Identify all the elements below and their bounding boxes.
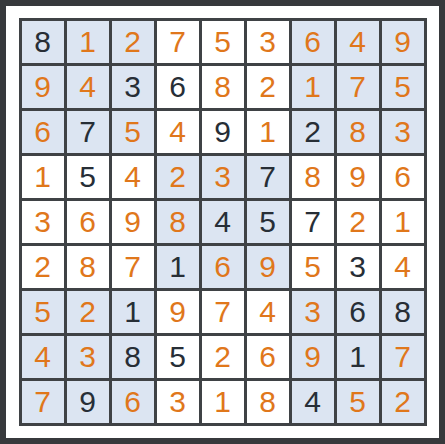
cell-r8c9[interactable]: 7	[382, 336, 424, 378]
cell-r3c7[interactable]: 2	[292, 111, 334, 153]
sudoku-board: 8127536499436821756754912831542378963698…	[19, 18, 427, 426]
cell-r8c4[interactable]: 5	[157, 336, 199, 378]
cell-r7c4[interactable]: 9	[157, 291, 199, 333]
cell-r7c3[interactable]: 1	[112, 291, 154, 333]
cell-r1c8[interactable]: 4	[337, 21, 379, 63]
cell-r6c2[interactable]: 8	[67, 246, 109, 288]
cell-r9c2[interactable]: 9	[67, 381, 109, 423]
cell-r5c7[interactable]: 7	[292, 201, 334, 243]
cell-r6c6[interactable]: 9	[247, 246, 289, 288]
cell-r7c5[interactable]: 7	[202, 291, 244, 333]
cell-r2c6[interactable]: 2	[247, 66, 289, 108]
cell-r2c3[interactable]: 3	[112, 66, 154, 108]
cell-r7c2[interactable]: 2	[67, 291, 109, 333]
cell-r4c9[interactable]: 6	[382, 156, 424, 198]
cell-r2c7[interactable]: 1	[292, 66, 334, 108]
cell-r5c5[interactable]: 4	[202, 201, 244, 243]
cell-r3c4[interactable]: 4	[157, 111, 199, 153]
cell-r5c3[interactable]: 9	[112, 201, 154, 243]
cell-r9c5[interactable]: 1	[202, 381, 244, 423]
cell-r7c9[interactable]: 8	[382, 291, 424, 333]
cell-r5c1[interactable]: 3	[22, 201, 64, 243]
cell-r8c1[interactable]: 4	[22, 336, 64, 378]
cell-r4c8[interactable]: 9	[337, 156, 379, 198]
cell-r9c7[interactable]: 4	[292, 381, 334, 423]
cell-r3c2[interactable]: 7	[67, 111, 109, 153]
cell-r3c6[interactable]: 1	[247, 111, 289, 153]
cell-r5c2[interactable]: 6	[67, 201, 109, 243]
cell-r3c5[interactable]: 9	[202, 111, 244, 153]
cell-r3c3[interactable]: 5	[112, 111, 154, 153]
cell-r6c1[interactable]: 2	[22, 246, 64, 288]
cell-r1c4[interactable]: 7	[157, 21, 199, 63]
cell-r6c3[interactable]: 7	[112, 246, 154, 288]
cell-r8c5[interactable]: 2	[202, 336, 244, 378]
cell-r1c5[interactable]: 5	[202, 21, 244, 63]
cell-r4c1[interactable]: 1	[22, 156, 64, 198]
cell-r5c4[interactable]: 8	[157, 201, 199, 243]
cell-r8c6[interactable]: 6	[247, 336, 289, 378]
cell-r2c4[interactable]: 6	[157, 66, 199, 108]
cell-r3c8[interactable]: 8	[337, 111, 379, 153]
cell-r5c9[interactable]: 1	[382, 201, 424, 243]
cell-r2c1[interactable]: 9	[22, 66, 64, 108]
cell-r1c1[interactable]: 8	[22, 21, 64, 63]
cell-r9c6[interactable]: 8	[247, 381, 289, 423]
cell-r9c9[interactable]: 2	[382, 381, 424, 423]
cell-r8c8[interactable]: 1	[337, 336, 379, 378]
cell-r1c2[interactable]: 1	[67, 21, 109, 63]
cell-r8c3[interactable]: 8	[112, 336, 154, 378]
cell-r5c6[interactable]: 5	[247, 201, 289, 243]
cell-r6c9[interactable]: 4	[382, 246, 424, 288]
cell-r9c8[interactable]: 5	[337, 381, 379, 423]
cell-r6c7[interactable]: 5	[292, 246, 334, 288]
cell-r6c8[interactable]: 3	[337, 246, 379, 288]
cell-r8c2[interactable]: 3	[67, 336, 109, 378]
cell-r3c1[interactable]: 6	[22, 111, 64, 153]
cell-r5c8[interactable]: 2	[337, 201, 379, 243]
cell-r9c3[interactable]: 6	[112, 381, 154, 423]
cell-r6c5[interactable]: 6	[202, 246, 244, 288]
cell-r3c9[interactable]: 3	[382, 111, 424, 153]
cell-r1c9[interactable]: 9	[382, 21, 424, 63]
cell-r7c7[interactable]: 3	[292, 291, 334, 333]
cell-r8c7[interactable]: 9	[292, 336, 334, 378]
cell-r2c2[interactable]: 4	[67, 66, 109, 108]
cell-r4c7[interactable]: 8	[292, 156, 334, 198]
cell-r6c4[interactable]: 1	[157, 246, 199, 288]
cell-r4c2[interactable]: 5	[67, 156, 109, 198]
cell-r7c6[interactable]: 4	[247, 291, 289, 333]
cell-r2c5[interactable]: 8	[202, 66, 244, 108]
cell-r4c3[interactable]: 4	[112, 156, 154, 198]
cell-r4c5[interactable]: 3	[202, 156, 244, 198]
cell-r1c6[interactable]: 3	[247, 21, 289, 63]
sudoku-frame: 8127536499436821756754912831542378963698…	[0, 0, 445, 444]
cell-r1c7[interactable]: 6	[292, 21, 334, 63]
cell-r9c1[interactable]: 7	[22, 381, 64, 423]
cell-r7c1[interactable]: 5	[22, 291, 64, 333]
cell-r1c3[interactable]: 2	[112, 21, 154, 63]
cell-r2c8[interactable]: 7	[337, 66, 379, 108]
cell-r2c9[interactable]: 5	[382, 66, 424, 108]
cell-r4c4[interactable]: 2	[157, 156, 199, 198]
cell-r9c4[interactable]: 3	[157, 381, 199, 423]
cell-r4c6[interactable]: 7	[247, 156, 289, 198]
cell-r7c8[interactable]: 6	[337, 291, 379, 333]
